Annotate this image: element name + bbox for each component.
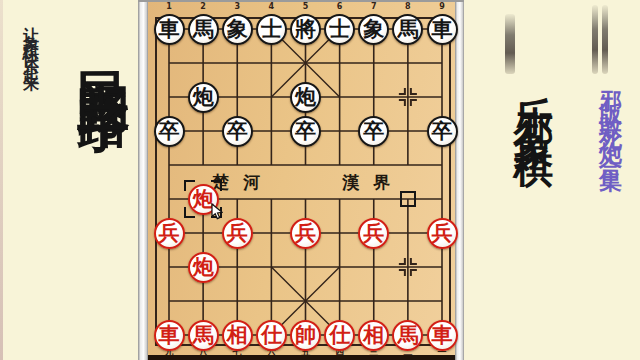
file-label-top: 6 xyxy=(323,2,357,11)
piece-red-馬[interactable]: 馬 xyxy=(188,320,219,351)
piece-red-仕[interactable]: 仕 xyxy=(324,320,355,351)
file-label-top: 8 xyxy=(391,2,425,11)
piece-black-車[interactable]: 車 xyxy=(154,14,185,45)
piece-black-卒[interactable]: 卒 xyxy=(290,116,321,147)
file-label-top: 3 xyxy=(220,2,254,11)
piece-black-車[interactable]: 車 xyxy=(427,14,458,45)
piece-red-車[interactable]: 車 xyxy=(427,320,458,351)
right-title: 乐邪象棋 xyxy=(506,64,561,132)
left-title: 民间野路子 xyxy=(68,30,140,70)
piece-black-卒[interactable]: 卒 xyxy=(154,116,185,147)
piece-red-相[interactable]: 相 xyxy=(222,320,253,351)
mouse-cursor-icon xyxy=(211,203,223,224)
piece-red-兵[interactable]: 兵 xyxy=(358,218,389,249)
piece-red-炮[interactable]: 炮 xyxy=(188,252,219,283)
piece-black-士[interactable]: 士 xyxy=(256,14,287,45)
file-label-top: 7 xyxy=(357,2,391,11)
piece-red-兵[interactable]: 兵 xyxy=(427,218,458,249)
file-label-top: 9 xyxy=(425,2,459,11)
piece-black-馬[interactable]: 馬 xyxy=(188,14,219,45)
piece-black-士[interactable]: 士 xyxy=(324,14,355,45)
motion-streak xyxy=(592,5,598,74)
piece-black-炮[interactable]: 炮 xyxy=(290,82,321,113)
window-bevel-left xyxy=(138,2,148,360)
piece-black-卒[interactable]: 卒 xyxy=(222,116,253,147)
piece-black-卒[interactable]: 卒 xyxy=(427,116,458,147)
piece-black-卒[interactable]: 卒 xyxy=(358,116,389,147)
piece-red-相[interactable]: 相 xyxy=(358,320,389,351)
piece-black-將[interactable]: 將 xyxy=(290,14,321,45)
piece-red-車[interactable]: 車 xyxy=(154,320,185,351)
left-slogan: 让象棋快乐起来 xyxy=(20,14,41,70)
piece-red-帥[interactable]: 帥 xyxy=(290,320,321,351)
motion-streak xyxy=(602,5,608,74)
piece-red-兵[interactable]: 兵 xyxy=(222,218,253,249)
piece-red-仕[interactable]: 仕 xyxy=(256,320,287,351)
board-window: 楚河 漢界 車馬象士將士象馬車炮炮卒卒卒卒卒炮兵兵兵兵兵炮車馬相仕帥仕相馬車 1… xyxy=(138,0,464,360)
screen: 让象棋快乐起来 民间野路子 乐邪象棋 邪版敢死炮合集 楚河 漢界 車馬象士將士象… xyxy=(0,0,640,360)
board-bottom-edge xyxy=(148,355,455,360)
file-label-top: 1 xyxy=(152,2,186,11)
file-label-top: 4 xyxy=(254,2,288,11)
piece-black-馬[interactable]: 馬 xyxy=(392,14,423,45)
right-subtitle: 邪版敢死炮合集 xyxy=(595,72,626,163)
left-edge-strip xyxy=(0,0,3,360)
xiangqi-board[interactable]: 楚河 漢界 車馬象士將士象馬車炮炮卒卒卒卒卒炮兵兵兵兵兵炮車馬相仕帥仕相馬車 1… xyxy=(148,2,455,360)
piece-red-兵[interactable]: 兵 xyxy=(154,218,185,249)
piece-black-象[interactable]: 象 xyxy=(222,14,253,45)
file-label-top: 5 xyxy=(289,2,323,11)
piece-red-兵[interactable]: 兵 xyxy=(290,218,321,249)
file-label-top: 2 xyxy=(186,2,220,11)
piece-black-象[interactable]: 象 xyxy=(358,14,389,45)
piece-red-馬[interactable]: 馬 xyxy=(392,320,423,351)
piece-black-炮[interactable]: 炮 xyxy=(188,82,219,113)
